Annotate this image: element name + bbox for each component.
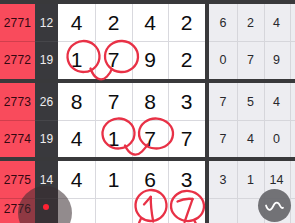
stat-cell: 4 <box>247 132 254 146</box>
stat-cell: 14 <box>270 173 284 187</box>
digit-cell: 9 <box>144 48 156 72</box>
row-line <box>0 120 35 121</box>
digit-cell: 1 <box>108 127 120 151</box>
row-line <box>58 41 205 42</box>
grid-vline <box>168 0 169 223</box>
digit-cell: 6 <box>144 168 156 192</box>
group-border <box>0 0 295 4</box>
digit-sum: 12 <box>40 16 53 30</box>
digit-sum: 19 <box>40 132 53 146</box>
draw-number: 2775 <box>4 173 32 187</box>
digit-cell: 7 <box>181 127 193 151</box>
row-line <box>209 120 295 121</box>
row-line <box>35 41 58 42</box>
digit-cell: 2 <box>108 11 120 35</box>
digit-cell: 3 <box>181 90 193 114</box>
digit-sum: 26 <box>40 95 53 109</box>
stat-cell: 7 <box>220 95 227 109</box>
row-line <box>0 41 35 42</box>
stats-vline <box>237 0 238 223</box>
draw-number: 2773 <box>4 95 32 109</box>
stat-cell: 7 <box>220 132 227 146</box>
digit-sum: 19 <box>40 53 53 67</box>
group-border <box>0 157 295 161</box>
scribble-wave-icon <box>258 189 291 222</box>
draw-number: 2771 <box>4 16 32 30</box>
stat-cell: 4 <box>273 95 280 109</box>
stat-cell: 1 <box>247 173 254 187</box>
digit-cell: 7 <box>108 48 120 72</box>
touch-indicator-dot <box>43 204 49 210</box>
digit-cell: 3 <box>181 168 193 192</box>
stat-cell: 3 <box>220 173 227 187</box>
draw-number: 2772 <box>4 53 32 67</box>
stat-cell: 6 <box>220 16 227 30</box>
grid-stats-divider <box>205 0 209 223</box>
stat-cell: 2 <box>247 16 254 30</box>
digit-cell: 8 <box>144 90 156 114</box>
digit-cell: 4 <box>71 11 83 35</box>
digit-cell: 7 <box>108 90 120 114</box>
row-line <box>58 120 205 121</box>
stat-cell: 7 <box>247 53 254 67</box>
stat-cell: 0 <box>220 53 227 67</box>
digit-cell: 2 <box>181 11 193 35</box>
digit-cell: 4 <box>144 11 156 35</box>
stat-cell: 0 <box>273 132 280 146</box>
stat-cell: 4 <box>273 16 280 30</box>
grid-vline <box>132 0 133 223</box>
digit-cell: 4 <box>71 168 83 192</box>
group-border <box>0 79 295 83</box>
scribble-pen-button[interactable] <box>258 189 291 222</box>
row-line <box>58 198 205 199</box>
digit-sum: 14 <box>40 173 53 187</box>
draw-number: 2774 <box>4 132 32 146</box>
grid-vline <box>95 0 96 223</box>
row-line <box>209 41 295 42</box>
digit-cell: 1 <box>108 168 120 192</box>
stat-cell: 5 <box>247 95 254 109</box>
digit-cell: 7 <box>144 127 156 151</box>
lottery-chart-screen: 2771124242624277219179207927732687837542… <box>0 0 295 223</box>
row-line <box>35 120 58 121</box>
digit-cell: 4 <box>71 127 83 151</box>
digit-cell: 2 <box>181 48 193 72</box>
digit-cell: 1 <box>71 48 83 72</box>
stat-cell: 9 <box>273 53 280 67</box>
digit-cell: 8 <box>71 90 83 114</box>
